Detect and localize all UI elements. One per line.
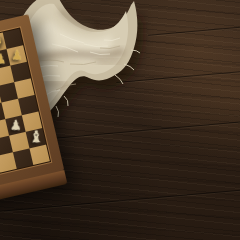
scene-chessboard-on-floor: ♞♟♟♟♝ [0,0,240,240]
board-square [29,145,49,165]
